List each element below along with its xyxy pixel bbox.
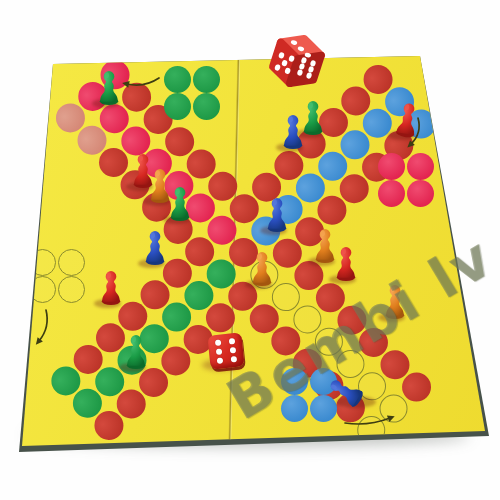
die-board-pip-6 <box>231 356 238 363</box>
die-top[interactable] <box>265 28 329 94</box>
die-board-pip-2 <box>216 348 223 355</box>
pawn-blue-2[interactable] <box>264 196 290 234</box>
pawn-red-1[interactable] <box>391 99 423 141</box>
pawn-blue-1[interactable] <box>280 113 306 151</box>
ludo-photo-scene: Bembi lv <box>0 0 500 500</box>
pawn-red-3[interactable] <box>333 245 359 283</box>
die-board-pip-4 <box>229 338 236 345</box>
pawn-green-4[interactable] <box>123 333 149 371</box>
pawn-blue-3[interactable] <box>142 229 168 267</box>
pawn-orange-3[interactable] <box>249 250 275 288</box>
pawn-green-1[interactable] <box>96 69 122 107</box>
die-board-pip-1 <box>215 339 222 346</box>
pawn-green-3[interactable] <box>167 185 193 223</box>
die-board-pip-3 <box>217 357 224 364</box>
pawn-red-4[interactable] <box>98 269 124 307</box>
die-board-pip-5 <box>230 347 237 354</box>
